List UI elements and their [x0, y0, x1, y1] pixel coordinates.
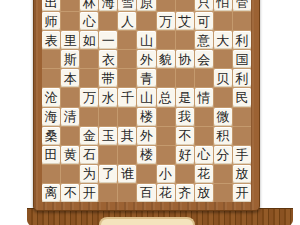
character-tile[interactable]: 万: [157, 12, 175, 30]
blocked-cell: [157, 108, 175, 126]
blocked-cell: [118, 31, 136, 49]
character-tile[interactable]: 放: [195, 184, 213, 202]
character-tile[interactable]: 只: [195, 0, 213, 11]
blocked-cell: [61, 88, 79, 106]
blocked-cell: [42, 50, 60, 68]
character-tile[interactable]: 开: [80, 184, 98, 202]
blocked-cell: [195, 127, 213, 145]
character-tile[interactable]: 海: [99, 0, 117, 11]
blocked-cell: [233, 12, 251, 30]
character-tile[interactable]: 怕: [214, 0, 232, 11]
blocked-cell: [157, 0, 175, 11]
character-tile[interactable]: 千: [118, 88, 136, 106]
character-tile[interactable]: 是: [176, 88, 194, 106]
character-tile[interactable]: 表: [42, 31, 60, 49]
blocked-cell: [176, 31, 194, 49]
character-tile[interactable]: 人: [118, 12, 136, 30]
character-tile[interactable]: 小: [157, 165, 175, 183]
character-tile[interactable]: 海: [42, 108, 60, 126]
character-tile[interactable]: 万: [80, 88, 98, 106]
character-tile[interactable]: 放: [233, 165, 251, 183]
blocked-cell: [214, 184, 232, 202]
blocked-cell: [137, 165, 155, 183]
character-tile[interactable]: 原: [137, 0, 155, 11]
blocked-cell: [118, 50, 136, 68]
character-tile[interactable]: 开: [233, 184, 251, 202]
character-tile[interactable]: 师: [42, 12, 60, 30]
character-tile[interactable]: 艾: [176, 12, 194, 30]
character-tile[interactable]: 民: [233, 88, 251, 106]
character-tile[interactable]: 山: [137, 88, 155, 106]
character-tile[interactable]: 为: [80, 165, 98, 183]
blocked-cell: [118, 69, 136, 87]
puzzle-board-frame: 出林海雪原只怕管师心人万艾可表里如一山意大利斯衣外貌协会国本带青贝利沧万水千山总…: [33, 0, 260, 211]
character-tile[interactable]: 不: [176, 127, 194, 145]
blocked-cell: [99, 146, 117, 164]
game-screen: 出林海雪原只怕管师心人万艾可表里如一山意大利斯衣外貌协会国本带青贝利沧万水千山总…: [0, 0, 300, 225]
character-tile[interactable]: 积: [214, 127, 232, 145]
character-tile[interactable]: 貌: [157, 50, 175, 68]
character-tile[interactable]: 雪: [118, 0, 136, 11]
character-tile[interactable]: 利: [233, 31, 251, 49]
blocked-cell: [176, 165, 194, 183]
character-tile[interactable]: 如: [80, 31, 98, 49]
character-tile[interactable]: 齐: [176, 184, 194, 202]
character-tile[interactable]: 其: [118, 127, 136, 145]
puzzle-grid: 出林海雪原只怕管师心人万艾可表里如一山意大利斯衣外貌协会国本带青贝利沧万水千山总…: [42, 0, 251, 202]
character-tile[interactable]: 利: [233, 69, 251, 87]
character-tile[interactable]: 衣: [99, 50, 117, 68]
character-tile[interactable]: 一: [99, 31, 117, 49]
blocked-cell: [214, 165, 232, 183]
blocked-cell: [61, 0, 79, 11]
character-tile[interactable]: 楼: [137, 108, 155, 126]
character-tile[interactable]: 国: [233, 50, 251, 68]
blocked-cell: [214, 50, 232, 68]
character-tile[interactable]: 山: [137, 31, 155, 49]
character-tile[interactable]: 手: [233, 146, 251, 164]
character-tile[interactable]: 贝: [214, 69, 232, 87]
character-tile[interactable]: 了: [99, 165, 117, 183]
blocked-cell: [157, 69, 175, 87]
character-tile[interactable]: 总: [157, 88, 175, 106]
character-tile[interactable]: 玉: [99, 127, 117, 145]
character-tile[interactable]: 清: [61, 108, 79, 126]
character-tile[interactable]: 可: [195, 12, 213, 30]
blocked-cell: [99, 108, 117, 126]
character-tile[interactable]: 花: [195, 165, 213, 183]
character-tile[interactable]: 心: [195, 146, 213, 164]
character-tile[interactable]: 水: [99, 88, 117, 106]
blocked-cell: [137, 12, 155, 30]
blocked-cell: [176, 0, 194, 11]
character-tile[interactable]: 好: [176, 146, 194, 164]
blocked-cell: [157, 146, 175, 164]
character-tile[interactable]: 大: [214, 31, 232, 49]
blocked-cell: [233, 127, 251, 145]
blocked-cell: [157, 31, 175, 49]
character-tile[interactable]: 石: [80, 146, 98, 164]
tile-tray[interactable]: [99, 217, 195, 225]
character-tile[interactable]: 本: [61, 69, 79, 87]
blocked-cell: [176, 69, 194, 87]
blocked-cell: [80, 50, 98, 68]
character-tile[interactable]: 心: [80, 12, 98, 30]
blocked-cell: [80, 108, 98, 126]
character-tile[interactable]: 沧: [42, 88, 60, 106]
character-tile[interactable]: 分: [214, 146, 232, 164]
blocked-cell: [61, 12, 79, 30]
blocked-cell: [157, 127, 175, 145]
character-tile[interactable]: 百: [137, 184, 155, 202]
character-tile[interactable]: 外: [137, 50, 155, 68]
character-tile[interactable]: 谁: [118, 165, 136, 183]
character-tile[interactable]: 情: [195, 88, 213, 106]
character-tile[interactable]: 林: [80, 0, 98, 11]
blocked-cell: [214, 88, 232, 106]
character-tile[interactable]: 离: [42, 184, 60, 202]
character-tile[interactable]: 田: [42, 146, 60, 164]
blocked-cell: [61, 165, 79, 183]
blocked-cell: [99, 12, 117, 30]
character-tile[interactable]: 外: [137, 127, 155, 145]
blocked-cell: [195, 69, 213, 87]
blocked-cell: [118, 146, 136, 164]
character-tile[interactable]: 不: [61, 184, 79, 202]
blocked-cell: [214, 12, 232, 30]
character-tile[interactable]: 楼: [137, 146, 155, 164]
character-tile[interactable]: 微: [214, 108, 232, 126]
character-tile[interactable]: 会: [195, 50, 213, 68]
character-tile[interactable]: 协: [176, 50, 194, 68]
blocked-cell: [80, 69, 98, 87]
character-tile[interactable]: 出: [42, 0, 60, 11]
blocked-cell: [42, 165, 60, 183]
character-tile[interactable]: 桑: [42, 127, 60, 145]
blocked-cell: [195, 108, 213, 126]
character-tile[interactable]: 黄: [61, 146, 79, 164]
blocked-cell: [233, 108, 251, 126]
character-tile[interactable]: 我: [176, 108, 194, 126]
character-tile[interactable]: 花: [157, 184, 175, 202]
blocked-cell: [99, 184, 117, 202]
character-tile[interactable]: 斯: [61, 50, 79, 68]
blocked-cell: [118, 108, 136, 126]
character-tile[interactable]: 青: [137, 69, 155, 87]
character-tile[interactable]: 带: [99, 69, 117, 87]
character-tile[interactable]: 金: [80, 127, 98, 145]
blocked-cell: [118, 184, 136, 202]
character-tile[interactable]: 里: [61, 31, 79, 49]
character-tile[interactable]: 管: [233, 0, 251, 11]
character-tile[interactable]: 意: [195, 31, 213, 49]
blocked-cell: [61, 127, 79, 145]
blocked-cell: [42, 69, 60, 87]
